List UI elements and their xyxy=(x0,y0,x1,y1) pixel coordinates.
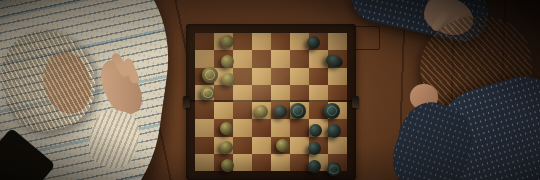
square-a5[interactable] xyxy=(271,33,290,50)
square-g3[interactable] xyxy=(233,137,252,154)
square-a8[interactable] xyxy=(328,33,347,50)
square-d4[interactable] xyxy=(252,85,271,102)
piece-top-ring xyxy=(205,70,215,80)
square-b4[interactable] xyxy=(252,50,271,67)
black-queen-e6[interactable] xyxy=(290,103,306,119)
white-pawn-c2[interactable] xyxy=(222,73,235,86)
square-d7[interactable] xyxy=(309,85,328,102)
white-pawn-h2[interactable] xyxy=(221,159,234,172)
square-a4[interactable] xyxy=(252,33,271,50)
white-rook-d1[interactable] xyxy=(201,86,215,100)
white-pawn-g2[interactable] xyxy=(220,141,233,154)
square-b1[interactable] xyxy=(195,50,214,67)
board-hinge-left xyxy=(183,96,190,108)
square-d3[interactable] xyxy=(233,85,252,102)
square-d5[interactable] xyxy=(271,85,290,102)
square-h4[interactable] xyxy=(252,154,271,171)
square-c6[interactable] xyxy=(290,68,309,85)
black-king-e8[interactable] xyxy=(324,103,340,119)
black-rook-h8[interactable] xyxy=(327,162,341,176)
square-c8[interactable] xyxy=(328,68,347,85)
square-b3[interactable] xyxy=(233,50,252,67)
square-h1[interactable] xyxy=(195,154,214,171)
piece-top-ring xyxy=(327,106,337,116)
square-c4[interactable] xyxy=(252,68,271,85)
square-h6[interactable] xyxy=(290,154,309,171)
square-d6[interactable] xyxy=(290,85,309,102)
white-pawn-g5[interactable] xyxy=(276,139,289,152)
chess-board[interactable] xyxy=(195,33,347,171)
square-h5[interactable] xyxy=(271,154,290,171)
square-a1[interactable] xyxy=(195,33,214,50)
square-e1[interactable] xyxy=(195,102,214,119)
square-h3[interactable] xyxy=(233,154,252,171)
white-king-c1[interactable] xyxy=(202,67,218,83)
piece-top-ring xyxy=(203,89,212,98)
square-f4[interactable] xyxy=(252,119,271,136)
square-g6[interactable] xyxy=(290,137,309,154)
piece-top-ring xyxy=(293,106,303,116)
board-hinge-right xyxy=(352,96,359,108)
square-g4[interactable] xyxy=(252,137,271,154)
black-pawn-g7[interactable] xyxy=(308,142,321,155)
square-f5[interactable] xyxy=(271,119,290,136)
black-pawn-h7[interactable] xyxy=(308,160,321,173)
square-d2[interactable] xyxy=(214,85,233,102)
black-bishop-f8[interactable] xyxy=(327,124,341,138)
square-b5[interactable] xyxy=(271,50,290,67)
square-e3[interactable] xyxy=(233,102,252,119)
piece-top-ring xyxy=(329,165,338,174)
square-g8[interactable] xyxy=(328,137,347,154)
square-e2[interactable] xyxy=(214,102,233,119)
square-a3[interactable] xyxy=(233,33,252,50)
square-b6[interactable] xyxy=(290,50,309,67)
square-f3[interactable] xyxy=(233,119,252,136)
chess-board-frame xyxy=(186,24,356,180)
square-g1[interactable] xyxy=(195,137,214,154)
square-c7[interactable] xyxy=(309,68,328,85)
square-c5[interactable] xyxy=(271,68,290,85)
square-d8[interactable] xyxy=(328,85,347,102)
square-f1[interactable] xyxy=(195,119,214,136)
square-c3[interactable] xyxy=(233,68,252,85)
square-f6[interactable] xyxy=(290,119,309,136)
